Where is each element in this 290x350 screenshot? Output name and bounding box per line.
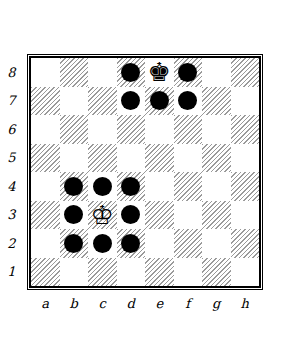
square-c3[interactable]: ♔ [88,201,117,230]
square-h5[interactable] [231,144,260,173]
square-a8[interactable] [31,58,60,87]
square-d8[interactable] [117,58,146,87]
square-f8[interactable] [174,58,203,87]
marked-square-dot [64,234,83,253]
file-label-g: g [202,294,231,312]
file-label-a: a [31,294,60,312]
rank-label-2: 2 [1,229,22,258]
rank-label-5: 5 [1,144,22,173]
square-b7[interactable] [60,87,89,116]
white-king-piece[interactable]: ♔ [91,202,114,228]
square-d7[interactable] [117,87,146,116]
marked-square-dot [93,177,112,196]
chess-diagram: 87654321 ♚♔ abcdefgh [0,0,290,350]
square-d3[interactable] [117,201,146,230]
square-a5[interactable] [31,144,60,173]
square-e1[interactable] [145,258,174,287]
square-f1[interactable] [174,258,203,287]
square-g7[interactable] [202,87,231,116]
square-f5[interactable] [174,144,203,173]
square-h8[interactable] [231,58,260,87]
file-label-h: h [231,294,260,312]
square-g4[interactable] [202,172,231,201]
square-g1[interactable] [202,258,231,287]
square-c6[interactable] [88,115,117,144]
square-c1[interactable] [88,258,117,287]
square-d6[interactable] [117,115,146,144]
rank-label-1: 1 [1,258,22,287]
chess-board: ♚♔ [27,54,263,290]
file-labels: abcdefgh [31,294,259,312]
square-c5[interactable] [88,144,117,173]
square-a1[interactable] [31,258,60,287]
marked-square-dot [150,91,169,110]
square-e2[interactable] [145,229,174,258]
square-f7[interactable] [174,87,203,116]
rank-label-4: 4 [1,172,22,201]
marked-square-dot [121,63,140,82]
square-g2[interactable] [202,229,231,258]
file-label-f: f [174,294,203,312]
square-g3[interactable] [202,201,231,230]
square-f3[interactable] [174,201,203,230]
square-h4[interactable] [231,172,260,201]
square-c7[interactable] [88,87,117,116]
square-e8[interactable]: ♚ [145,58,174,87]
square-g6[interactable] [202,115,231,144]
board-frame: ♚♔ [29,56,261,288]
square-f2[interactable] [174,229,203,258]
marked-square-dot [64,177,83,196]
square-g5[interactable] [202,144,231,173]
square-a4[interactable] [31,172,60,201]
rank-label-7: 7 [1,87,22,116]
square-c2[interactable] [88,229,117,258]
square-e4[interactable] [145,172,174,201]
file-label-d: d [117,294,146,312]
file-label-c: c [88,294,117,312]
rank-label-8: 8 [1,58,22,87]
square-b1[interactable] [60,258,89,287]
marked-square-dot [121,205,140,224]
square-g8[interactable] [202,58,231,87]
square-a2[interactable] [31,229,60,258]
square-d4[interactable] [117,172,146,201]
square-h7[interactable] [231,87,260,116]
board-grid: ♚♔ [31,58,259,286]
square-d1[interactable] [117,258,146,287]
rank-label-3: 3 [1,201,22,230]
square-h2[interactable] [231,229,260,258]
marked-square-dot [121,177,140,196]
square-e7[interactable] [145,87,174,116]
marked-square-dot [64,205,83,224]
rank-label-6: 6 [1,115,22,144]
square-a3[interactable] [31,201,60,230]
marked-square-dot [121,91,140,110]
square-e5[interactable] [145,144,174,173]
square-a7[interactable] [31,87,60,116]
square-f4[interactable] [174,172,203,201]
square-e6[interactable] [145,115,174,144]
file-label-b: b [60,294,89,312]
square-d5[interactable] [117,144,146,173]
marked-square-dot [178,91,197,110]
square-e3[interactable] [145,201,174,230]
marked-square-dot [178,63,197,82]
square-h1[interactable] [231,258,260,287]
marked-square-dot [121,234,140,253]
square-h3[interactable] [231,201,260,230]
black-king-piece[interactable]: ♚ [148,59,171,85]
square-d2[interactable] [117,229,146,258]
square-b4[interactable] [60,172,89,201]
square-h6[interactable] [231,115,260,144]
marked-square-dot [93,234,112,253]
square-f6[interactable] [174,115,203,144]
square-b8[interactable] [60,58,89,87]
square-b5[interactable] [60,144,89,173]
file-label-e: e [145,294,174,312]
square-c4[interactable] [88,172,117,201]
rank-labels: 87654321 [1,58,22,286]
square-b2[interactable] [60,229,89,258]
square-b6[interactable] [60,115,89,144]
square-c8[interactable] [88,58,117,87]
square-a6[interactable] [31,115,60,144]
square-b3[interactable] [60,201,89,230]
